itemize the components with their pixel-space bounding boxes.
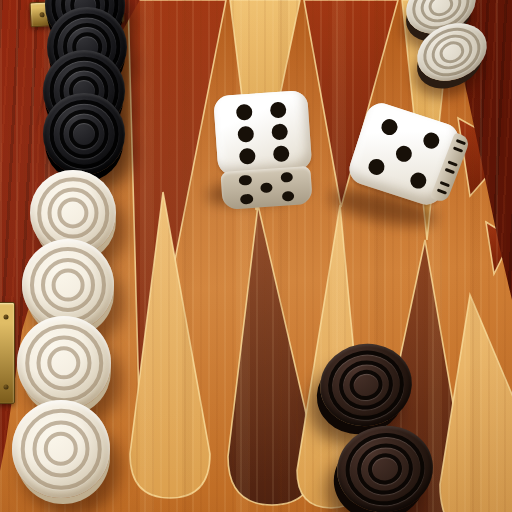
die-pip <box>408 171 429 192</box>
checker-brown-1[interactable] <box>314 337 419 434</box>
die-pip <box>240 193 253 204</box>
checker-brown-2[interactable] <box>330 418 439 512</box>
checker-black-4[interactable] <box>43 93 125 175</box>
checker-groove-ring <box>52 269 85 302</box>
die-1-front-face <box>220 166 312 210</box>
die-pip <box>273 146 290 163</box>
pieces-layer <box>0 0 512 512</box>
checker-white-4[interactable] <box>12 400 110 498</box>
die-pip <box>239 174 252 185</box>
die-side-pip-dash <box>444 167 454 173</box>
checker-groove-ring <box>69 119 99 149</box>
die-side-pip-dash <box>436 188 446 194</box>
die-pip <box>236 103 253 120</box>
die-pip <box>260 182 273 193</box>
die-pip <box>394 144 415 165</box>
die-side-pip-dash <box>452 146 462 152</box>
die-side-pip-dash <box>455 139 465 145</box>
die-1[interactable] <box>213 90 315 212</box>
die-1-top-face <box>213 90 312 176</box>
die-pip <box>281 190 294 201</box>
die-pip <box>421 131 442 152</box>
die-pip <box>366 157 387 178</box>
die-pip <box>239 148 256 165</box>
die-pip <box>271 123 288 140</box>
die-pip <box>379 117 400 138</box>
die-pip <box>270 101 287 118</box>
die-pip <box>280 171 293 182</box>
backgammon-board <box>0 0 512 512</box>
checker-white-3[interactable] <box>17 316 111 410</box>
die-pip <box>237 126 254 143</box>
die-side-pip-dash <box>439 181 449 187</box>
die-side-pip-dash <box>447 160 457 166</box>
